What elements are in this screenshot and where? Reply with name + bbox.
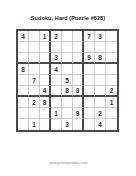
cell-r9c7 [84, 119, 95, 130]
cell-r7c7 [84, 97, 95, 108]
cell-r5c4 [51, 75, 62, 86]
cell-r1c3: 1 [40, 31, 51, 42]
cell-r9c3 [40, 119, 51, 130]
cell-r8c5 [62, 108, 73, 119]
cell-r8c2 [29, 108, 40, 119]
cell-r3c7: 9 [84, 53, 95, 64]
cell-r9c1 [18, 119, 29, 130]
cell-r7c3: 8 [40, 97, 51, 108]
cell-r3c3 [40, 53, 51, 64]
cell-r7c2: 2 [29, 97, 40, 108]
page: { "game": "sudoku", "position": "4012007… [0, 0, 136, 176]
cell-r3c2 [29, 53, 40, 64]
cell-r5c3 [40, 75, 51, 86]
cell-r9c8: 4 [95, 119, 106, 130]
cell-r7c6 [73, 97, 84, 108]
cell-r8c9 [106, 108, 117, 119]
cell-r9c9 [106, 119, 117, 130]
cell-r3c8: 8 [95, 53, 106, 64]
cell-r5c8 [95, 75, 106, 86]
cell-r4c5 [62, 64, 73, 75]
cell-r8c8: 2 [95, 108, 106, 119]
cell-r7c9: 1 [106, 97, 117, 108]
cell-r7c4 [51, 97, 62, 108]
footer-url: www.printmysudoku.com [0, 161, 136, 165]
cell-r8c4: 1 [51, 108, 62, 119]
cell-r3c1 [18, 53, 29, 64]
cell-r4c6 [73, 64, 84, 75]
cell-r5c5: 5 [62, 75, 73, 86]
cell-r7c1 [18, 97, 29, 108]
cell-r7c5 [62, 97, 73, 108]
cell-r2c1 [18, 42, 29, 53]
cell-r4c1: 8 [18, 64, 29, 75]
cell-r1c5 [62, 31, 73, 42]
cell-r8c3 [40, 108, 51, 119]
cell-r6c4 [51, 86, 62, 97]
cell-r6c7 [84, 86, 95, 97]
cell-r2c9 [106, 42, 117, 53]
cell-r4c9 [106, 64, 117, 75]
cell-r1c9 [106, 31, 117, 42]
cell-r1c6 [73, 31, 84, 42]
cell-r5c7 [84, 75, 95, 86]
cell-r4c4: 4 [51, 64, 62, 75]
cell-r4c7 [84, 64, 95, 75]
cell-r9c2: 1 [29, 119, 40, 130]
cell-r3c6 [73, 53, 84, 64]
cell-r6c2 [29, 86, 40, 97]
cell-r6c3: 4 [40, 86, 51, 97]
cell-r1c4: 2 [51, 31, 62, 42]
cell-r9c6 [73, 119, 84, 130]
cell-r2c6 [73, 42, 84, 53]
cell-r1c1: 4 [18, 31, 29, 42]
cell-r6c8 [95, 86, 106, 97]
cell-r5c6 [73, 75, 84, 86]
cell-r5c2: 7 [29, 75, 40, 86]
cell-r8c6: 9 [73, 108, 84, 119]
cell-r9c4 [51, 119, 62, 130]
sudoku-grid: 4127339884754832281192134 [16, 29, 119, 132]
cell-r7c8 [95, 97, 106, 108]
cell-r4c8 [95, 64, 106, 75]
cell-r4c2 [29, 64, 40, 75]
cell-r1c7: 7 [84, 31, 95, 42]
cell-r9c5: 3 [62, 119, 73, 130]
cell-r1c8: 3 [95, 31, 106, 42]
cell-r3c9 [106, 53, 117, 64]
cell-r2c4 [51, 42, 62, 53]
cell-r4c3 [40, 64, 51, 75]
cell-r3c4: 3 [51, 53, 62, 64]
cell-r2c2 [29, 42, 40, 53]
cell-r6c6: 3 [73, 86, 84, 97]
cell-r8c1 [18, 108, 29, 119]
page-title: Sudoku, Hard (Puzzle #628) [0, 15, 136, 21]
cell-r8c7 [84, 108, 95, 119]
cell-r2c5 [62, 42, 73, 53]
cell-r2c8 [95, 42, 106, 53]
cell-r6c1 [18, 86, 29, 97]
cell-r2c3 [40, 42, 51, 53]
cell-r1c2 [29, 31, 40, 42]
cell-r5c9 [106, 75, 117, 86]
cell-r3c5 [62, 53, 73, 64]
cell-r6c9: 2 [106, 86, 117, 97]
cell-r5c1 [18, 75, 29, 86]
cell-r2c7 [84, 42, 95, 53]
cell-r6c5: 8 [62, 86, 73, 97]
